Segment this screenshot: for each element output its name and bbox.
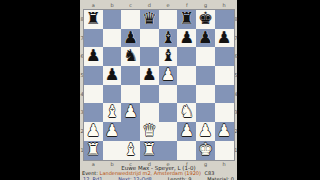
square-h2: ♟ <box>215 122 234 141</box>
square-c6: ♞ <box>121 47 140 66</box>
chess-board: ♜♛♜♚♟♝♟♟♟♟♞♝♟♟♟♝♟♞♟♟♛♟♟♟♜♝♜♚ <box>84 10 234 160</box>
square-c8 <box>121 10 140 29</box>
square-f1 <box>177 141 196 160</box>
piece-black-knight-c6: ♞ <box>121 47 140 66</box>
square-e6: ♝ <box>159 47 178 66</box>
length-text: Length: 9 <box>168 177 192 180</box>
square-h8 <box>215 10 234 29</box>
next-move-text: Next: 12-Qd8 <box>118 177 152 180</box>
piece-white-king-g1: ♚ <box>196 141 215 160</box>
square-b5: ♟ <box>103 66 122 85</box>
piece-black-pawn-f7: ♟ <box>177 29 196 48</box>
square-e3 <box>159 103 178 122</box>
square-b2: ♟ <box>103 122 122 141</box>
piece-white-pawn-g2: ♟ <box>196 122 215 141</box>
viewer-panel: abcdefgh 87654321 87654321 ♜♛♜♚♟♝♟♟♟♟♞♝♟… <box>80 0 237 180</box>
coord-label-3: 3 <box>234 103 238 122</box>
square-c3: ♟ <box>121 103 140 122</box>
square-f6 <box>177 47 196 66</box>
square-d1: ♜ <box>140 141 159 160</box>
square-f8: ♜ <box>177 10 196 29</box>
piece-black-rook-a8: ♜ <box>84 10 103 29</box>
square-f4 <box>177 85 196 104</box>
game-info-footer: Euwe Max - Speyer, L (1-0) Event: Landen… <box>80 165 237 180</box>
square-c2 <box>121 122 140 141</box>
square-g1: ♚ <box>196 141 215 160</box>
square-e2 <box>159 122 178 141</box>
coord-label-4: 4 <box>234 85 238 104</box>
coord-label-d: d <box>140 2 159 8</box>
square-g4 <box>196 85 215 104</box>
material-text: Material: 0 <box>207 177 234 180</box>
square-d3 <box>140 103 159 122</box>
square-b3: ♝ <box>103 103 122 122</box>
letterbox-left <box>0 0 80 180</box>
square-c4 <box>121 85 140 104</box>
square-h6 <box>215 47 234 66</box>
piece-black-king-g8: ♚ <box>196 10 215 29</box>
square-h7: ♟ <box>215 29 234 48</box>
square-g5 <box>196 66 215 85</box>
coord-label-b: b <box>103 2 122 8</box>
square-d6 <box>140 47 159 66</box>
coord-label-f: f <box>177 2 196 8</box>
square-e4 <box>159 85 178 104</box>
square-a2: ♟ <box>84 122 103 141</box>
square-d2: ♛ <box>140 122 159 141</box>
square-a1: ♜ <box>84 141 103 160</box>
rank-labels-right: 87654321 <box>234 10 238 160</box>
piece-white-knight-f3: ♞ <box>177 103 196 122</box>
piece-white-queen-d2: ♛ <box>140 122 159 141</box>
piece-black-queen-d8: ♛ <box>140 10 159 29</box>
coord-label-2: 2 <box>234 122 238 141</box>
coord-label-e: e <box>159 2 178 8</box>
coord-label-8: 8 <box>234 10 238 29</box>
coord-label-c: c <box>121 2 140 8</box>
square-e1 <box>159 141 178 160</box>
letterbox-right <box>237 0 320 180</box>
square-f7: ♟ <box>177 29 196 48</box>
piece-white-pawn-h2: ♟ <box>215 122 234 141</box>
square-d4 <box>140 85 159 104</box>
coord-label-6: 6 <box>234 47 238 66</box>
last-move-text: 12. Rd1 <box>83 177 102 180</box>
piece-black-pawn-c7: ♟ <box>121 29 140 48</box>
coord-label-7: 7 <box>234 29 238 48</box>
square-g8: ♚ <box>196 10 215 29</box>
piece-white-bishop-c1: ♝ <box>121 141 140 160</box>
square-b1 <box>103 141 122 160</box>
square-b4 <box>103 85 122 104</box>
square-h3 <box>215 103 234 122</box>
square-e7: ♝ <box>159 29 178 48</box>
square-g2: ♟ <box>196 122 215 141</box>
piece-black-rook-f8: ♜ <box>177 10 196 29</box>
square-a6: ♟ <box>84 47 103 66</box>
video-frame: abcdefgh 87654321 87654321 ♜♛♜♚♟♝♟♟♟♟♞♝♟… <box>0 0 320 180</box>
square-a5 <box>84 66 103 85</box>
square-c5 <box>121 66 140 85</box>
square-h5 <box>215 66 234 85</box>
piece-white-rook-a1: ♜ <box>84 141 103 160</box>
square-d8: ♛ <box>140 10 159 29</box>
piece-black-pawn-h7: ♟ <box>215 29 234 48</box>
square-g3 <box>196 103 215 122</box>
piece-black-pawn-a6: ♟ <box>84 47 103 66</box>
piece-white-bishop-b3: ♝ <box>103 103 122 122</box>
piece-white-pawn-f2: ♟ <box>177 122 196 141</box>
file-labels-top: abcdefgh <box>84 2 234 8</box>
square-f2: ♟ <box>177 122 196 141</box>
piece-white-pawn-b2: ♟ <box>103 122 122 141</box>
square-b8 <box>103 10 122 29</box>
square-b7 <box>103 29 122 48</box>
square-h1 <box>215 141 234 160</box>
square-f3: ♞ <box>177 103 196 122</box>
piece-black-pawn-d5: ♟ <box>140 66 159 85</box>
piece-white-pawn-c3: ♟ <box>121 103 140 122</box>
square-d5: ♟ <box>140 66 159 85</box>
square-c7: ♟ <box>121 29 140 48</box>
square-g7: ♟ <box>196 29 215 48</box>
piece-black-bishop-e6: ♝ <box>159 47 178 66</box>
square-f5 <box>177 66 196 85</box>
square-a3 <box>84 103 103 122</box>
square-b6 <box>103 47 122 66</box>
coord-label-h: h <box>215 2 234 8</box>
square-a4 <box>84 85 103 104</box>
square-g6 <box>196 47 215 66</box>
piece-white-rook-d1: ♜ <box>140 141 159 160</box>
stats-line: 12. Rd1 Next: 12-Qd8 Length: 9 Material:… <box>80 177 237 180</box>
coord-label-5: 5 <box>234 66 238 85</box>
coord-label-a: a <box>84 2 103 8</box>
square-h4 <box>215 85 234 104</box>
square-a7 <box>84 29 103 48</box>
square-a8: ♜ <box>84 10 103 29</box>
coord-label-g: g <box>196 2 215 8</box>
piece-black-pawn-g7: ♟ <box>196 29 215 48</box>
square-e5: ♟ <box>159 66 178 85</box>
square-e8 <box>159 10 178 29</box>
piece-black-pawn-b5: ♟ <box>103 66 122 85</box>
piece-white-pawn-a2: ♟ <box>84 122 103 141</box>
piece-black-bishop-e7: ♝ <box>159 29 178 48</box>
piece-white-pawn-e5: ♟ <box>159 66 178 85</box>
square-d7 <box>140 29 159 48</box>
square-c1: ♝ <box>121 141 140 160</box>
coord-label-1: 1 <box>234 141 238 160</box>
